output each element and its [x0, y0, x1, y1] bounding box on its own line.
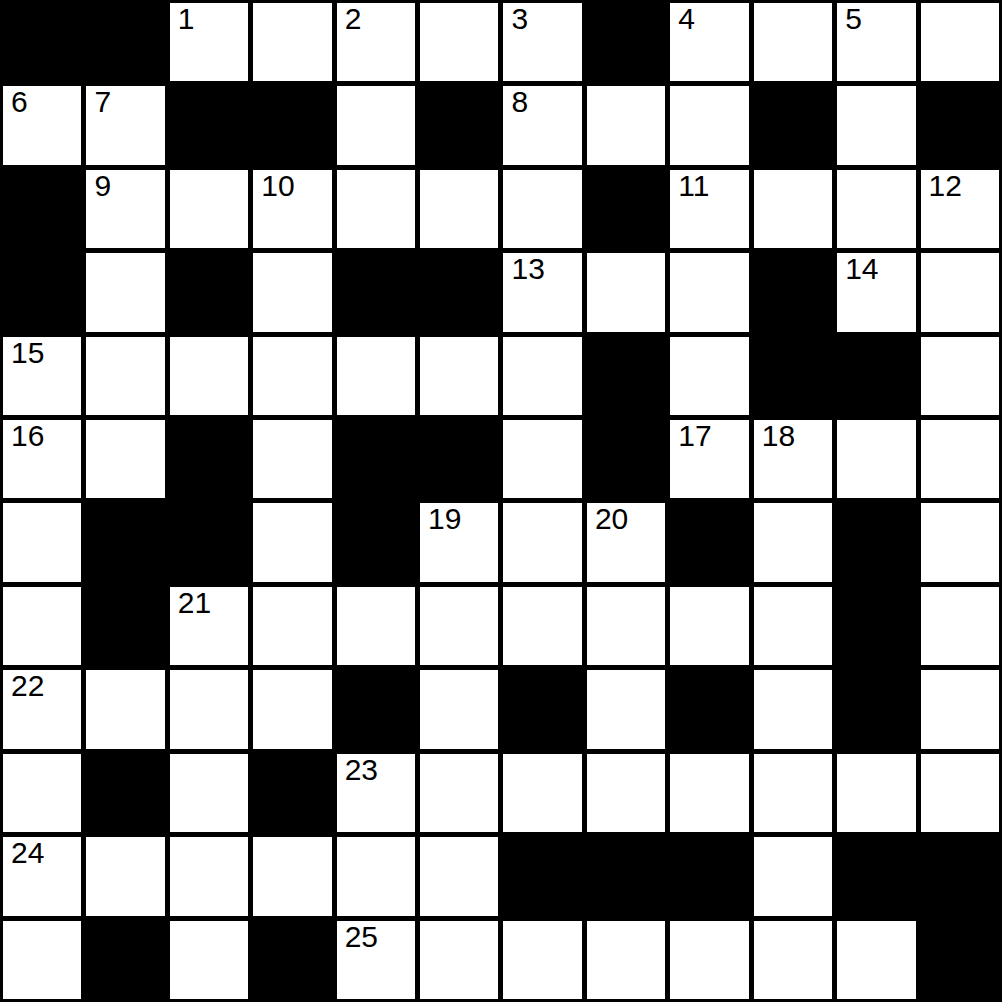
- clue-number-22: 22: [11, 671, 44, 701]
- white-cell-r9c2[interactable]: [170, 754, 248, 832]
- white-cell-r3c7[interactable]: [587, 253, 665, 331]
- white-cell-r10c1[interactable]: [86, 837, 164, 915]
- black-cell-r1c9: [754, 86, 832, 164]
- white-cell-r9c0[interactable]: [3, 754, 81, 832]
- white-cell-r9c7[interactable]: [587, 754, 665, 832]
- clue-number-1: 1: [178, 4, 195, 34]
- white-cell-r7c5[interactable]: [420, 587, 498, 665]
- black-cell-r5c5: [420, 420, 498, 498]
- black-cell-r3c4: [337, 253, 415, 331]
- white-cell-r2c11[interactable]: 12: [921, 170, 999, 248]
- clue-number-4: 4: [678, 4, 695, 34]
- white-cell-r1c1[interactable]: 7: [86, 86, 164, 164]
- white-cell-r2c3[interactable]: 10: [253, 170, 331, 248]
- black-cell-r3c9: [754, 253, 832, 331]
- crossword-grid: 1234567891011121314151617181920212223242…: [0, 0, 1002, 1002]
- white-cell-r8c7[interactable]: [587, 670, 665, 748]
- white-cell-r7c4[interactable]: [337, 587, 415, 665]
- black-cell-r10c11: [921, 837, 999, 915]
- white-cell-r0c5[interactable]: [420, 3, 498, 81]
- white-cell-r4c5[interactable]: [420, 337, 498, 415]
- black-cell-r2c7: [587, 170, 665, 248]
- white-cell-r2c1[interactable]: 9: [86, 170, 164, 248]
- white-cell-r6c5[interactable]: 19: [420, 503, 498, 581]
- white-cell-r11c6[interactable]: [503, 921, 581, 999]
- white-cell-r0c10[interactable]: 5: [837, 3, 915, 81]
- white-cell-r1c6[interactable]: 8: [503, 86, 581, 164]
- clue-number-16: 16: [11, 421, 44, 451]
- clue-number-17: 17: [678, 421, 711, 451]
- white-cell-r4c6[interactable]: [503, 337, 581, 415]
- black-cell-r3c2: [170, 253, 248, 331]
- white-cell-r0c11[interactable]: [921, 3, 999, 81]
- white-cell-r4c8[interactable]: [670, 337, 748, 415]
- white-cell-r9c5[interactable]: [420, 754, 498, 832]
- white-cell-r2c9[interactable]: [754, 170, 832, 248]
- clue-number-5: 5: [845, 4, 862, 34]
- clue-number-6: 6: [11, 87, 28, 117]
- black-cell-r10c8: [670, 837, 748, 915]
- white-cell-r7c6[interactable]: [503, 587, 581, 665]
- white-cell-r2c10[interactable]: [837, 170, 915, 248]
- white-cell-r6c3[interactable]: [253, 503, 331, 581]
- white-cell-r4c3[interactable]: [253, 337, 331, 415]
- white-cell-r10c2[interactable]: [170, 837, 248, 915]
- clue-number-23: 23: [345, 755, 378, 785]
- white-cell-r5c10[interactable]: [837, 420, 915, 498]
- white-cell-r11c5[interactable]: [420, 921, 498, 999]
- black-cell-r5c4: [337, 420, 415, 498]
- white-cell-r5c0[interactable]: 16: [3, 420, 81, 498]
- black-cell-r0c0: [3, 3, 81, 81]
- black-cell-r10c10: [837, 837, 915, 915]
- white-cell-r9c10[interactable]: [837, 754, 915, 832]
- white-cell-r2c6[interactable]: [503, 170, 581, 248]
- black-cell-r6c1: [86, 503, 164, 581]
- white-cell-r0c8[interactable]: 4: [670, 3, 748, 81]
- white-cell-r3c1[interactable]: [86, 253, 164, 331]
- white-cell-r1c0[interactable]: 6: [3, 86, 81, 164]
- white-cell-r2c4[interactable]: [337, 170, 415, 248]
- white-cell-r5c3[interactable]: [253, 420, 331, 498]
- white-cell-r0c9[interactable]: [754, 3, 832, 81]
- white-cell-r10c9[interactable]: [754, 837, 832, 915]
- white-cell-r10c3[interactable]: [253, 837, 331, 915]
- white-cell-r1c10[interactable]: [837, 86, 915, 164]
- black-cell-r1c11: [921, 86, 999, 164]
- clue-number-12: 12: [929, 171, 962, 201]
- white-cell-r9c6[interactable]: [503, 754, 581, 832]
- black-cell-r6c8: [670, 503, 748, 581]
- clue-number-2: 2: [345, 4, 362, 34]
- black-cell-r11c3: [253, 921, 331, 999]
- white-cell-r0c6[interactable]: 3: [503, 3, 581, 81]
- white-cell-r3c8[interactable]: [670, 253, 748, 331]
- white-cell-r11c9[interactable]: [754, 921, 832, 999]
- white-cell-r8c2[interactable]: [170, 670, 248, 748]
- white-cell-r2c8[interactable]: 11: [670, 170, 748, 248]
- white-cell-r11c10[interactable]: [837, 921, 915, 999]
- black-cell-r4c10: [837, 337, 915, 415]
- white-cell-r4c11[interactable]: [921, 337, 999, 415]
- white-cell-r10c0[interactable]: 24: [3, 837, 81, 915]
- black-cell-r5c7: [587, 420, 665, 498]
- clue-number-14: 14: [845, 254, 878, 284]
- white-cell-r6c7[interactable]: 20: [587, 503, 665, 581]
- white-cell-r1c8[interactable]: [670, 86, 748, 164]
- black-cell-r9c3: [253, 754, 331, 832]
- white-cell-r8c1[interactable]: [86, 670, 164, 748]
- white-cell-r7c8[interactable]: [670, 587, 748, 665]
- white-cell-r3c11[interactable]: [921, 253, 999, 331]
- black-cell-r0c1: [86, 3, 164, 81]
- clue-number-21: 21: [178, 588, 211, 618]
- clue-number-15: 15: [11, 338, 44, 368]
- white-cell-r3c6[interactable]: 13: [503, 253, 581, 331]
- white-cell-r11c0[interactable]: [3, 921, 81, 999]
- white-cell-r8c0[interactable]: 22: [3, 670, 81, 748]
- white-cell-r3c3[interactable]: [253, 253, 331, 331]
- white-cell-r11c2[interactable]: [170, 921, 248, 999]
- black-cell-r2c0: [3, 170, 81, 248]
- clue-number-7: 7: [94, 87, 111, 117]
- white-cell-r7c7[interactable]: [587, 587, 665, 665]
- clue-number-18: 18: [762, 421, 795, 451]
- black-cell-r0c7: [587, 3, 665, 81]
- black-cell-r7c10: [837, 587, 915, 665]
- white-cell-r6c0[interactable]: [3, 503, 81, 581]
- clue-number-11: 11: [678, 171, 709, 201]
- white-cell-r1c4[interactable]: [337, 86, 415, 164]
- white-cell-r10c5[interactable]: [420, 837, 498, 915]
- white-cell-r11c4[interactable]: 25: [337, 921, 415, 999]
- white-cell-r5c9[interactable]: 18: [754, 420, 832, 498]
- white-cell-r5c8[interactable]: 17: [670, 420, 748, 498]
- clue-number-10: 10: [261, 171, 294, 201]
- white-cell-r3c10[interactable]: 14: [837, 253, 915, 331]
- white-cell-r8c3[interactable]: [253, 670, 331, 748]
- black-cell-r3c0: [3, 253, 81, 331]
- white-cell-r2c5[interactable]: [420, 170, 498, 248]
- white-cell-r7c3[interactable]: [253, 587, 331, 665]
- white-cell-r7c0[interactable]: [3, 587, 81, 665]
- clue-number-24: 24: [11, 838, 44, 868]
- black-cell-r8c10: [837, 670, 915, 748]
- white-cell-r7c9[interactable]: [754, 587, 832, 665]
- black-cell-r10c6: [503, 837, 581, 915]
- clue-number-20: 20: [595, 504, 628, 534]
- white-cell-r6c9[interactable]: [754, 503, 832, 581]
- white-cell-r6c6[interactable]: [503, 503, 581, 581]
- white-cell-r9c4[interactable]: 23: [337, 754, 415, 832]
- white-cell-r4c4[interactable]: [337, 337, 415, 415]
- black-cell-r7c1: [86, 587, 164, 665]
- white-cell-r9c11[interactable]: [921, 754, 999, 832]
- white-cell-r1c7[interactable]: [587, 86, 665, 164]
- clue-number-3: 3: [511, 4, 528, 34]
- black-cell-r6c4: [337, 503, 415, 581]
- clue-number-13: 13: [511, 254, 544, 284]
- black-cell-r8c4: [337, 670, 415, 748]
- clue-number-25: 25: [345, 922, 378, 952]
- white-cell-r7c11[interactable]: [921, 587, 999, 665]
- white-cell-r6c11[interactable]: [921, 503, 999, 581]
- black-cell-r10c7: [587, 837, 665, 915]
- white-cell-r8c9[interactable]: [754, 670, 832, 748]
- clue-number-9: 9: [94, 171, 111, 201]
- white-cell-r4c2[interactable]: [170, 337, 248, 415]
- black-cell-r3c5: [420, 253, 498, 331]
- black-cell-r4c7: [587, 337, 665, 415]
- white-cell-r9c9[interactable]: [754, 754, 832, 832]
- black-cell-r11c11: [921, 921, 999, 999]
- white-cell-r11c7[interactable]: [587, 921, 665, 999]
- black-cell-r6c10: [837, 503, 915, 581]
- black-cell-r5c2: [170, 420, 248, 498]
- white-cell-r11c8[interactable]: [670, 921, 748, 999]
- black-cell-r1c5: [420, 86, 498, 164]
- white-cell-r0c4[interactable]: 2: [337, 3, 415, 81]
- white-cell-r0c2[interactable]: 1: [170, 3, 248, 81]
- black-cell-r8c6: [503, 670, 581, 748]
- white-cell-r4c0[interactable]: 15: [3, 337, 81, 415]
- white-cell-r5c6[interactable]: [503, 420, 581, 498]
- clue-number-8: 8: [511, 87, 528, 117]
- white-cell-r8c5[interactable]: [420, 670, 498, 748]
- white-cell-r5c1[interactable]: [86, 420, 164, 498]
- white-cell-r10c4[interactable]: [337, 837, 415, 915]
- black-cell-r1c3: [253, 86, 331, 164]
- white-cell-r7c2[interactable]: 21: [170, 587, 248, 665]
- black-cell-r11c1: [86, 921, 164, 999]
- black-cell-r4c9: [754, 337, 832, 415]
- white-cell-r9c8[interactable]: [670, 754, 748, 832]
- white-cell-r0c3[interactable]: [253, 3, 331, 81]
- white-cell-r5c11[interactable]: [921, 420, 999, 498]
- black-cell-r8c8: [670, 670, 748, 748]
- black-cell-r6c2: [170, 503, 248, 581]
- white-cell-r4c1[interactable]: [86, 337, 164, 415]
- black-cell-r9c1: [86, 754, 164, 832]
- white-cell-r8c11[interactable]: [921, 670, 999, 748]
- clue-number-19: 19: [428, 504, 461, 534]
- black-cell-r1c2: [170, 86, 248, 164]
- white-cell-r2c2[interactable]: [170, 170, 248, 248]
